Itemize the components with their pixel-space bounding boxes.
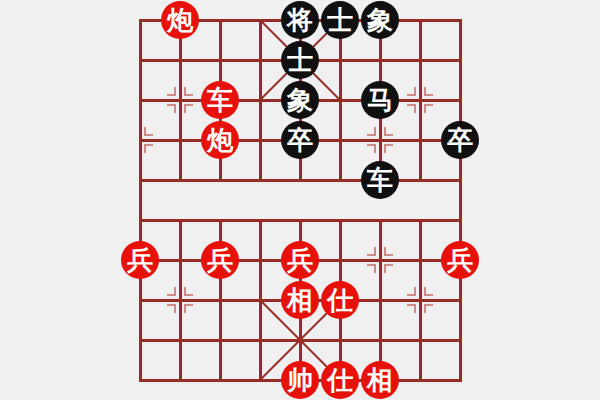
point-marker bbox=[184, 87, 193, 96]
red-cannon[interactable]: 炮 bbox=[161, 1, 199, 39]
point-marker bbox=[407, 287, 416, 296]
point-marker bbox=[167, 104, 176, 113]
point-marker bbox=[384, 264, 393, 273]
point-marker bbox=[407, 104, 416, 113]
point-marker bbox=[384, 127, 393, 136]
red-soldier[interactable]: 兵 bbox=[201, 241, 239, 279]
black-elephant[interactable]: 象 bbox=[281, 81, 319, 119]
point-marker bbox=[424, 87, 433, 96]
point-marker bbox=[144, 127, 153, 136]
point-marker bbox=[184, 104, 193, 113]
point-marker bbox=[167, 87, 176, 96]
point-marker bbox=[167, 304, 176, 313]
red-elephant[interactable]: 相 bbox=[281, 281, 319, 319]
red-soldier[interactable]: 兵 bbox=[441, 241, 479, 279]
red-soldier[interactable]: 兵 bbox=[281, 241, 319, 279]
point-marker bbox=[184, 304, 193, 313]
point-marker bbox=[384, 144, 393, 153]
red-soldier[interactable]: 兵 bbox=[121, 241, 159, 279]
point-marker bbox=[184, 287, 193, 296]
black-elephant[interactable]: 象 bbox=[361, 1, 399, 39]
point-marker bbox=[144, 144, 153, 153]
black-general[interactable]: 将 bbox=[281, 1, 319, 39]
black-horse[interactable]: 马 bbox=[361, 81, 399, 119]
xiangqi-board: 炮将士象士车象马炮卒卒车兵兵兵兵相仕帅仕相 bbox=[0, 0, 600, 400]
point-marker bbox=[424, 287, 433, 296]
point-marker bbox=[367, 264, 376, 273]
black-soldier[interactable]: 卒 bbox=[281, 121, 319, 159]
point-marker bbox=[367, 127, 376, 136]
red-advisor[interactable]: 仕 bbox=[321, 281, 359, 319]
point-marker bbox=[407, 87, 416, 96]
black-chariot[interactable]: 车 bbox=[361, 161, 399, 199]
point-marker bbox=[367, 144, 376, 153]
point-marker bbox=[367, 247, 376, 256]
red-general[interactable]: 帅 bbox=[281, 361, 319, 399]
point-marker bbox=[167, 287, 176, 296]
red-elephant[interactable]: 相 bbox=[361, 361, 399, 399]
point-marker bbox=[384, 247, 393, 256]
black-advisor[interactable]: 士 bbox=[281, 41, 319, 79]
point-marker bbox=[424, 304, 433, 313]
black-soldier[interactable]: 卒 bbox=[441, 121, 479, 159]
red-chariot[interactable]: 车 bbox=[201, 81, 239, 119]
black-advisor[interactable]: 士 bbox=[321, 1, 359, 39]
point-marker bbox=[407, 304, 416, 313]
red-cannon[interactable]: 炮 bbox=[201, 121, 239, 159]
point-marker bbox=[424, 104, 433, 113]
red-advisor[interactable]: 仕 bbox=[321, 361, 359, 399]
